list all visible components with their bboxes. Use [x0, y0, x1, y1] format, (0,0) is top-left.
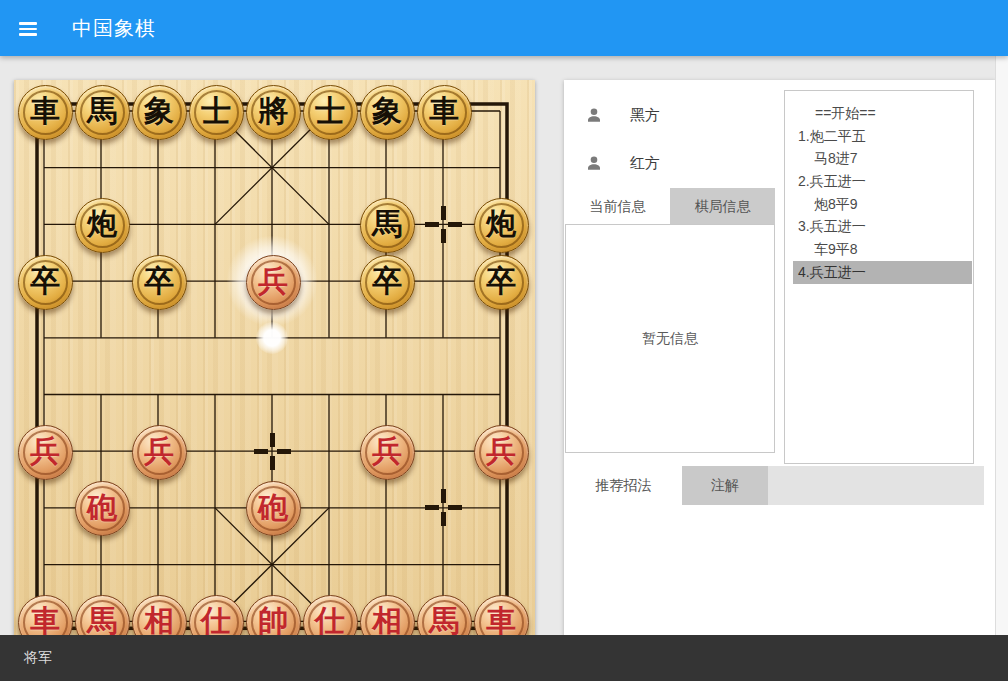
tab-current-info[interactable]: 当前信息: [565, 188, 670, 224]
tab-game-info[interactable]: 棋局信息: [670, 188, 775, 224]
piece-black-士[interactable]: 士: [303, 85, 358, 140]
player-red-label: 红方: [630, 154, 660, 173]
board-point-marker: [254, 433, 291, 470]
board-grid: [14, 80, 535, 652]
move-row-1[interactable]: 1.炮二平五: [793, 125, 972, 148]
xiangqi-board[interactable]: 車馬象士將士象車炮馬炮卒卒卒卒兵兵兵兵兵砲砲車馬相仕帥仕相馬車: [14, 80, 535, 652]
piece-black-炮[interactable]: 炮: [474, 198, 529, 253]
info-box: 暂无信息: [565, 224, 775, 453]
move-row-2[interactable]: 马8进7: [793, 147, 972, 170]
tab-suggested-moves[interactable]: 推荐招法: [565, 466, 682, 505]
status-bar: 将军: [0, 635, 1008, 681]
move-row-4[interactable]: 炮8平9: [793, 193, 972, 216]
piece-black-車[interactable]: 車: [417, 85, 472, 140]
piece-black-炮[interactable]: 炮: [75, 198, 130, 253]
move-list-start-label: ==开始==: [793, 102, 972, 125]
piece-black-馬[interactable]: 馬: [75, 85, 130, 140]
piece-red-兵[interactable]: 兵: [474, 425, 529, 480]
player-black-label: 黑方: [630, 106, 660, 125]
piece-black-象[interactable]: 象: [132, 85, 187, 140]
person-icon: [585, 106, 603, 124]
piece-red-兵[interactable]: 兵: [132, 425, 187, 480]
piece-black-象[interactable]: 象: [360, 85, 415, 140]
tab-annotation[interactable]: 注解: [682, 466, 768, 505]
board-point-marker: [425, 206, 462, 243]
piece-black-將[interactable]: 將: [246, 85, 301, 140]
player-black-row: 黑方: [564, 98, 774, 132]
move-list: ==开始== 1.炮二平五马8进72.兵五进一炮8平93.兵五进一车9平84.兵…: [784, 90, 974, 464]
analysis-tab-bar: 推荐招法 注解: [565, 466, 984, 505]
piece-black-卒[interactable]: 卒: [474, 255, 529, 310]
info-empty-text: 暂无信息: [642, 330, 698, 348]
piece-black-士[interactable]: 士: [189, 85, 244, 140]
move-row-3[interactable]: 2.兵五进一: [793, 170, 972, 193]
person-icon: [585, 154, 603, 172]
piece-red-兵[interactable]: 兵: [246, 255, 301, 310]
side-panel: 黑方 红方 当前信息 棋局信息 暂无信息 ==开始== 1.炮二平五马8进72.…: [564, 80, 996, 660]
piece-black-車[interactable]: 車: [18, 85, 73, 140]
move-row-6[interactable]: 车9平8: [793, 238, 972, 261]
player-red-row: 红方: [564, 146, 774, 180]
piece-black-卒[interactable]: 卒: [132, 255, 187, 310]
move-row-5[interactable]: 3.兵五进一: [793, 215, 972, 238]
piece-black-卒[interactable]: 卒: [360, 255, 415, 310]
board-point-marker: [425, 489, 462, 526]
piece-red-砲[interactable]: 砲: [246, 481, 301, 536]
piece-black-卒[interactable]: 卒: [18, 255, 73, 310]
app-bar: 中国象棋: [0, 0, 1008, 56]
move-row-7[interactable]: 4.兵五进一: [793, 261, 972, 284]
info-tab-bar: 当前信息 棋局信息: [565, 188, 775, 224]
app-title: 中国象棋: [72, 15, 156, 42]
piece-black-馬[interactable]: 馬: [360, 198, 415, 253]
piece-red-兵[interactable]: 兵: [18, 425, 73, 480]
page-scrollbar[interactable]: [995, 56, 1008, 635]
piece-red-兵[interactable]: 兵: [360, 425, 415, 480]
piece-red-砲[interactable]: 砲: [75, 481, 130, 536]
status-message: 将军: [24, 649, 52, 667]
menu-icon[interactable]: [16, 16, 40, 40]
